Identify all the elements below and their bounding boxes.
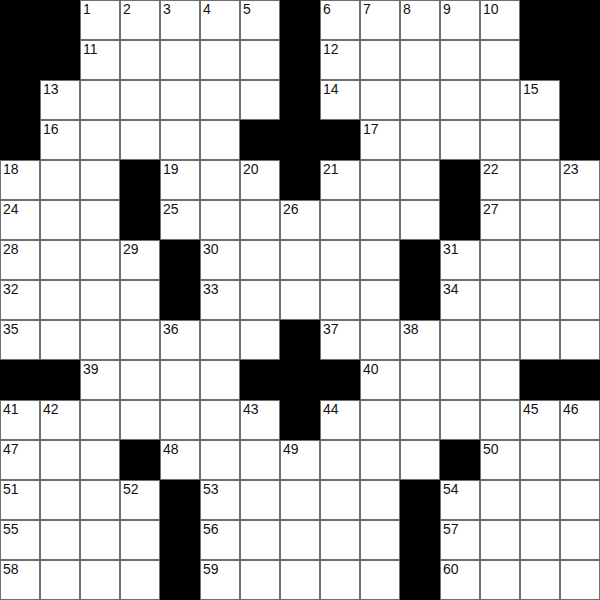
cell-r7c7[interactable] <box>280 280 320 320</box>
clue-number: 6 <box>323 1 331 17</box>
cell-r7c0[interactable]: 32 <box>0 280 40 320</box>
clue-number: 16 <box>43 121 59 137</box>
clue-number: 19 <box>163 161 179 177</box>
clue-number: 29 <box>123 241 139 257</box>
cell-r9c9[interactable]: 40 <box>360 360 400 400</box>
block-cell-r5c3 <box>120 200 160 240</box>
cell-r6c5[interactable]: 30 <box>200 240 240 280</box>
clue-number: 42 <box>43 401 59 417</box>
cell-r14c12[interactable] <box>480 560 520 600</box>
clue-number: 9 <box>443 1 451 17</box>
cell-r2c9[interactable] <box>360 80 400 120</box>
cell-r9c5[interactable] <box>200 360 240 400</box>
clue-number: 37 <box>323 321 339 337</box>
block-cell-r2c7 <box>280 80 320 120</box>
clue-number: 43 <box>243 401 259 417</box>
block-cell-r6c10 <box>400 240 440 280</box>
cell-r9c12[interactable] <box>480 360 520 400</box>
cell-r8c1[interactable] <box>40 320 80 360</box>
cell-r3c10[interactable] <box>400 120 440 160</box>
block-cell-r4c11 <box>440 160 480 200</box>
cell-r5c6[interactable] <box>240 200 280 240</box>
cell-r13c8[interactable] <box>320 520 360 560</box>
cell-r12c7[interactable] <box>280 480 320 520</box>
block-cell-r12c10 <box>400 480 440 520</box>
cell-r7c2[interactable] <box>80 280 120 320</box>
cell-r13c0[interactable]: 55 <box>0 520 40 560</box>
block-cell-r13c4 <box>160 520 200 560</box>
clue-number: 15 <box>523 81 539 97</box>
cell-r7c6[interactable] <box>240 280 280 320</box>
cell-r8c6[interactable] <box>240 320 280 360</box>
cell-r12c14[interactable] <box>560 480 600 520</box>
cell-r12c8[interactable] <box>320 480 360 520</box>
clue-number: 35 <box>3 321 19 337</box>
cell-r8c0[interactable]: 35 <box>0 320 40 360</box>
cell-r6c1[interactable] <box>40 240 80 280</box>
clue-number: 48 <box>163 441 179 457</box>
block-cell-r9c6 <box>240 360 280 400</box>
clue-number: 23 <box>563 161 579 177</box>
cell-r4c2[interactable] <box>80 160 120 200</box>
cell-r2c5[interactable] <box>200 80 240 120</box>
cell-r2c2[interactable] <box>80 80 120 120</box>
cell-r3c9[interactable]: 17 <box>360 120 400 160</box>
cell-r12c2[interactable] <box>80 480 120 520</box>
clue-number: 59 <box>203 561 219 577</box>
cell-r10c3[interactable] <box>120 400 160 440</box>
clue-number: 47 <box>3 441 19 457</box>
cell-r5c8[interactable] <box>320 200 360 240</box>
clue-number: 32 <box>3 281 19 297</box>
block-cell-r14c10 <box>400 560 440 600</box>
block-cell-r11c3 <box>120 440 160 480</box>
block-cell-r6c4 <box>160 240 200 280</box>
block-cell-r2c0 <box>0 80 40 120</box>
cell-r11c4[interactable]: 48 <box>160 440 200 480</box>
clue-number: 40 <box>363 361 379 377</box>
cell-r12c5[interactable]: 53 <box>200 480 240 520</box>
clue-number: 34 <box>443 281 459 297</box>
block-cell-r3c14 <box>560 120 600 160</box>
cell-r4c1[interactable] <box>40 160 80 200</box>
clue-number: 28 <box>3 241 19 257</box>
clue-number: 24 <box>3 201 19 217</box>
cell-r11c13[interactable] <box>520 440 560 480</box>
cell-r14c0[interactable]: 58 <box>0 560 40 600</box>
block-cell-r7c10 <box>400 280 440 320</box>
clue-number: 58 <box>3 561 19 577</box>
cell-r2c8[interactable]: 14 <box>320 80 360 120</box>
block-cell-r1c14 <box>560 40 600 80</box>
cell-r11c7[interactable]: 49 <box>280 440 320 480</box>
block-cell-r11c11 <box>440 440 480 480</box>
cell-r8c13[interactable] <box>520 320 560 360</box>
clue-number: 38 <box>403 321 419 337</box>
clue-number: 41 <box>3 401 19 417</box>
cell-r8c5[interactable] <box>200 320 240 360</box>
cell-r5c5[interactable] <box>200 200 240 240</box>
cell-r13c2[interactable] <box>80 520 120 560</box>
cell-r12c6[interactable] <box>240 480 280 520</box>
cell-r13c5[interactable]: 56 <box>200 520 240 560</box>
cell-r1c9[interactable] <box>360 40 400 80</box>
cell-r6c14[interactable] <box>560 240 600 280</box>
clue-number: 36 <box>163 321 179 337</box>
clue-number: 46 <box>563 401 579 417</box>
cell-r7c14[interactable] <box>560 280 600 320</box>
block-cell-r9c8 <box>320 360 360 400</box>
cell-r9c2[interactable]: 39 <box>80 360 120 400</box>
cell-r14c6[interactable] <box>240 560 280 600</box>
cell-r14c9[interactable] <box>360 560 400 600</box>
clue-number: 30 <box>203 241 219 257</box>
block-cell-r9c14 <box>560 360 600 400</box>
cell-r7c3[interactable] <box>120 280 160 320</box>
cell-r4c13[interactable] <box>520 160 560 200</box>
cell-r7c1[interactable] <box>40 280 80 320</box>
cell-r0c3[interactable]: 2 <box>120 0 160 40</box>
cell-r6c3[interactable]: 29 <box>120 240 160 280</box>
cell-r8c12[interactable] <box>480 320 520 360</box>
block-cell-r9c0 <box>0 360 40 400</box>
clue-number: 56 <box>203 521 219 537</box>
cell-r10c1[interactable]: 42 <box>40 400 80 440</box>
cell-r5c0[interactable]: 24 <box>0 200 40 240</box>
cell-r3c13[interactable] <box>520 120 560 160</box>
cell-r6c9[interactable] <box>360 240 400 280</box>
clue-number: 51 <box>3 481 19 497</box>
cell-r11c8[interactable] <box>320 440 360 480</box>
clue-number: 22 <box>483 161 499 177</box>
clue-number: 3 <box>163 1 171 17</box>
block-cell-r0c1 <box>40 0 80 40</box>
cell-r5c1[interactable] <box>40 200 80 240</box>
cell-r2c4[interactable] <box>160 80 200 120</box>
cell-r9c11[interactable] <box>440 360 480 400</box>
cell-r1c12[interactable] <box>480 40 520 80</box>
clue-number: 7 <box>363 1 371 17</box>
clue-number: 1 <box>83 1 91 17</box>
clue-number: 50 <box>483 441 499 457</box>
clue-number: 60 <box>443 561 459 577</box>
cell-r4c4[interactable]: 19 <box>160 160 200 200</box>
cell-r7c9[interactable] <box>360 280 400 320</box>
block-cell-r1c1 <box>40 40 80 80</box>
cell-r10c2[interactable] <box>80 400 120 440</box>
clue-number: 33 <box>203 281 219 297</box>
cell-r8c2[interactable] <box>80 320 120 360</box>
cell-r7c13[interactable] <box>520 280 560 320</box>
cell-r6c11[interactable]: 31 <box>440 240 480 280</box>
cell-r3c12[interactable] <box>480 120 520 160</box>
cell-r8c14[interactable] <box>560 320 600 360</box>
cell-r1c6[interactable] <box>240 40 280 80</box>
block-cell-r10c7 <box>280 400 320 440</box>
clue-number: 17 <box>363 121 379 137</box>
cell-r8c4[interactable]: 36 <box>160 320 200 360</box>
cell-r14c14[interactable] <box>560 560 600 600</box>
cell-r14c5[interactable]: 59 <box>200 560 240 600</box>
cell-r13c6[interactable] <box>240 520 280 560</box>
cell-r13c7[interactable] <box>280 520 320 560</box>
clue-number: 2 <box>123 1 131 17</box>
clue-number: 10 <box>483 1 499 17</box>
cell-r12c12[interactable] <box>480 480 520 520</box>
cell-r3c4[interactable] <box>160 120 200 160</box>
crossword-board: 1234567891011121314151617181920212223242… <box>0 0 600 600</box>
clue-number: 27 <box>483 201 499 217</box>
clue-number: 39 <box>83 361 99 377</box>
clue-number: 13 <box>43 81 59 97</box>
cell-r7c8[interactable] <box>320 280 360 320</box>
block-cell-r0c14 <box>560 0 600 40</box>
cell-r5c2[interactable] <box>80 200 120 240</box>
clue-number: 45 <box>523 401 539 417</box>
cell-r0c2[interactable]: 1 <box>80 0 120 40</box>
cell-r7c12[interactable] <box>480 280 520 320</box>
cell-r11c0[interactable]: 47 <box>0 440 40 480</box>
clue-number: 12 <box>323 41 339 57</box>
cell-r8c8[interactable]: 37 <box>320 320 360 360</box>
block-cell-r1c13 <box>520 40 560 80</box>
cell-r5c12[interactable]: 27 <box>480 200 520 240</box>
cell-r0c6[interactable]: 5 <box>240 0 280 40</box>
cell-r1c4[interactable] <box>160 40 200 80</box>
cell-r10c11[interactable] <box>440 400 480 440</box>
cell-r2c10[interactable] <box>400 80 440 120</box>
cell-r13c9[interactable] <box>360 520 400 560</box>
cell-r13c3[interactable] <box>120 520 160 560</box>
cell-r7c5[interactable]: 33 <box>200 280 240 320</box>
block-cell-r7c4 <box>160 280 200 320</box>
block-cell-r3c0 <box>0 120 40 160</box>
clue-number: 26 <box>283 201 299 217</box>
cell-r0c12[interactable]: 10 <box>480 0 520 40</box>
cell-r10c0[interactable]: 41 <box>0 400 40 440</box>
cell-r10c9[interactable] <box>360 400 400 440</box>
cell-r5c13[interactable] <box>520 200 560 240</box>
cell-r1c5[interactable] <box>200 40 240 80</box>
block-cell-r14c4 <box>160 560 200 600</box>
clue-number: 44 <box>323 401 339 417</box>
block-cell-r0c13 <box>520 0 560 40</box>
clue-number: 53 <box>203 481 219 497</box>
cell-r10c12[interactable] <box>480 400 520 440</box>
cell-r2c12[interactable] <box>480 80 520 120</box>
cell-r6c6[interactable] <box>240 240 280 280</box>
cell-r14c3[interactable] <box>120 560 160 600</box>
cell-r4c9[interactable] <box>360 160 400 200</box>
cell-r3c3[interactable] <box>120 120 160 160</box>
cell-r4c10[interactable] <box>400 160 440 200</box>
block-cell-r4c7 <box>280 160 320 200</box>
cell-r8c9[interactable] <box>360 320 400 360</box>
block-cell-r3c8 <box>320 120 360 160</box>
cell-r9c4[interactable] <box>160 360 200 400</box>
cell-r10c10[interactable] <box>400 400 440 440</box>
clue-number: 52 <box>123 481 139 497</box>
cell-r6c0[interactable]: 28 <box>0 240 40 280</box>
clue-number: 14 <box>323 81 339 97</box>
clue-number: 21 <box>323 161 339 177</box>
clue-number: 20 <box>243 161 259 177</box>
cell-r6c2[interactable] <box>80 240 120 280</box>
cell-r5c4[interactable]: 25 <box>160 200 200 240</box>
cell-r11c9[interactable] <box>360 440 400 480</box>
cell-r12c1[interactable] <box>40 480 80 520</box>
cell-r2c3[interactable] <box>120 80 160 120</box>
cell-r14c2[interactable] <box>80 560 120 600</box>
cell-r4c5[interactable] <box>200 160 240 200</box>
cell-r7c11[interactable]: 34 <box>440 280 480 320</box>
block-cell-r13c10 <box>400 520 440 560</box>
cell-r13c11[interactable]: 57 <box>440 520 480 560</box>
cell-r1c10[interactable] <box>400 40 440 80</box>
cell-r0c9[interactable]: 7 <box>360 0 400 40</box>
cell-r10c6[interactable]: 43 <box>240 400 280 440</box>
block-cell-r2c14 <box>560 80 600 120</box>
cell-r5c10[interactable] <box>400 200 440 240</box>
block-cell-r9c13 <box>520 360 560 400</box>
block-cell-r9c7 <box>280 360 320 400</box>
cell-r5c14[interactable] <box>560 200 600 240</box>
cell-r5c9[interactable] <box>360 200 400 240</box>
clue-number: 55 <box>3 521 19 537</box>
block-cell-r0c7 <box>280 0 320 40</box>
cell-r14c8[interactable] <box>320 560 360 600</box>
cell-r3c11[interactable] <box>440 120 480 160</box>
cell-r12c11[interactable]: 54 <box>440 480 480 520</box>
cell-r14c11[interactable]: 60 <box>440 560 480 600</box>
cell-r4c12[interactable]: 22 <box>480 160 520 200</box>
cell-r2c1[interactable]: 13 <box>40 80 80 120</box>
clue-number: 5 <box>243 1 251 17</box>
clue-number: 11 <box>83 41 98 57</box>
cell-r0c5[interactable]: 4 <box>200 0 240 40</box>
cell-r11c14[interactable] <box>560 440 600 480</box>
cell-r1c8[interactable]: 12 <box>320 40 360 80</box>
cell-r14c1[interactable] <box>40 560 80 600</box>
cell-r11c1[interactable] <box>40 440 80 480</box>
cell-r12c9[interactable] <box>360 480 400 520</box>
clue-number: 8 <box>403 1 411 17</box>
cell-r4c14[interactable]: 23 <box>560 160 600 200</box>
clue-number: 49 <box>283 441 299 457</box>
block-cell-r9c1 <box>40 360 80 400</box>
cell-r10c14[interactable]: 46 <box>560 400 600 440</box>
cell-r3c2[interactable] <box>80 120 120 160</box>
cell-r1c11[interactable] <box>440 40 480 80</box>
cell-r6c12[interactable] <box>480 240 520 280</box>
cell-r8c11[interactable] <box>440 320 480 360</box>
clue-number: 25 <box>163 201 179 217</box>
cell-r11c6[interactable] <box>240 440 280 480</box>
block-cell-r4c3 <box>120 160 160 200</box>
cell-r13c13[interactable] <box>520 520 560 560</box>
cell-r14c13[interactable] <box>520 560 560 600</box>
block-cell-r3c7 <box>280 120 320 160</box>
cell-r10c13[interactable]: 45 <box>520 400 560 440</box>
clue-number: 4 <box>203 1 211 17</box>
block-cell-r3c6 <box>240 120 280 160</box>
cell-r14c7[interactable] <box>280 560 320 600</box>
cell-r2c11[interactable] <box>440 80 480 120</box>
cell-r13c1[interactable] <box>40 520 80 560</box>
block-cell-r12c4 <box>160 480 200 520</box>
block-cell-r1c0 <box>0 40 40 80</box>
cell-r13c14[interactable] <box>560 520 600 560</box>
block-cell-r5c11 <box>440 200 480 240</box>
cell-r12c3[interactable]: 52 <box>120 480 160 520</box>
cell-r11c12[interactable]: 50 <box>480 440 520 480</box>
cell-r1c2[interactable]: 11 <box>80 40 120 80</box>
cell-r0c11[interactable]: 9 <box>440 0 480 40</box>
cell-r1c3[interactable] <box>120 40 160 80</box>
cell-r6c7[interactable] <box>280 240 320 280</box>
cell-r5c7[interactable]: 26 <box>280 200 320 240</box>
cell-r11c5[interactable] <box>200 440 240 480</box>
cell-r3c1[interactable]: 16 <box>40 120 80 160</box>
clue-number: 31 <box>443 241 459 257</box>
clue-number: 57 <box>443 521 459 537</box>
cell-r8c10[interactable]: 38 <box>400 320 440 360</box>
cell-r12c13[interactable] <box>520 480 560 520</box>
cell-r0c4[interactable]: 3 <box>160 0 200 40</box>
cell-r0c10[interactable]: 8 <box>400 0 440 40</box>
cell-r12c0[interactable]: 51 <box>0 480 40 520</box>
cell-r13c12[interactable] <box>480 520 520 560</box>
cell-r10c4[interactable] <box>160 400 200 440</box>
cell-r0c8[interactable]: 6 <box>320 0 360 40</box>
cell-r10c8[interactable]: 44 <box>320 400 360 440</box>
cell-r8c3[interactable] <box>120 320 160 360</box>
cell-r2c13[interactable]: 15 <box>520 80 560 120</box>
block-cell-r8c7 <box>280 320 320 360</box>
cell-r3c5[interactable] <box>200 120 240 160</box>
cell-r6c8[interactable] <box>320 240 360 280</box>
block-cell-r0c0 <box>0 0 40 40</box>
cell-r9c3[interactable] <box>120 360 160 400</box>
cell-r11c10[interactable] <box>400 440 440 480</box>
cell-r4c8[interactable]: 21 <box>320 160 360 200</box>
cell-r6c13[interactable] <box>520 240 560 280</box>
cell-r9c10[interactable] <box>400 360 440 400</box>
block-cell-r1c7 <box>280 40 320 80</box>
clue-number: 18 <box>3 161 19 177</box>
cell-r10c5[interactable] <box>200 400 240 440</box>
cell-r4c6[interactable]: 20 <box>240 160 280 200</box>
cell-r2c6[interactable] <box>240 80 280 120</box>
cell-r4c0[interactable]: 18 <box>0 160 40 200</box>
clue-number: 54 <box>443 481 459 497</box>
cell-r11c2[interactable] <box>80 440 120 480</box>
